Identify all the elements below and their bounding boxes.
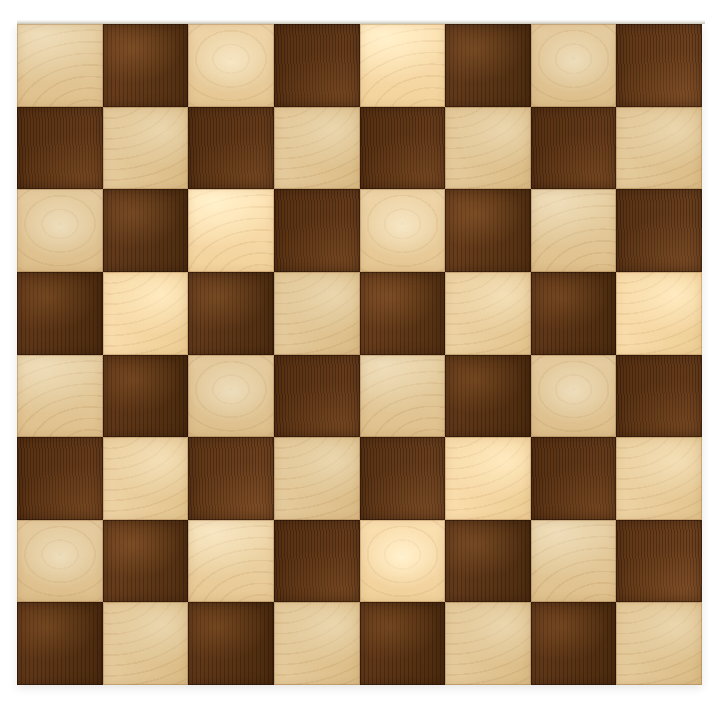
square-e7[interactable] bbox=[360, 107, 446, 190]
square-c2[interactable] bbox=[188, 520, 274, 603]
square-d3[interactable] bbox=[274, 437, 360, 520]
square-h5[interactable] bbox=[616, 272, 702, 355]
square-b4[interactable] bbox=[103, 355, 189, 438]
chessboard bbox=[17, 24, 702, 685]
square-e3[interactable] bbox=[360, 437, 446, 520]
square-f2[interactable] bbox=[445, 520, 531, 603]
square-g4[interactable] bbox=[531, 355, 617, 438]
square-c1[interactable] bbox=[188, 602, 274, 685]
square-f3[interactable] bbox=[445, 437, 531, 520]
square-c5[interactable] bbox=[188, 272, 274, 355]
square-e5[interactable] bbox=[360, 272, 446, 355]
square-h1[interactable] bbox=[616, 602, 702, 685]
square-a6[interactable] bbox=[17, 189, 103, 272]
square-c6[interactable] bbox=[188, 189, 274, 272]
square-e1[interactable] bbox=[360, 602, 446, 685]
square-h7[interactable] bbox=[616, 107, 702, 190]
square-e8[interactable] bbox=[360, 24, 446, 107]
square-a7[interactable] bbox=[17, 107, 103, 190]
square-d5[interactable] bbox=[274, 272, 360, 355]
square-f8[interactable] bbox=[445, 24, 531, 107]
square-h4[interactable] bbox=[616, 355, 702, 438]
square-h3[interactable] bbox=[616, 437, 702, 520]
square-e4[interactable] bbox=[360, 355, 446, 438]
square-f7[interactable] bbox=[445, 107, 531, 190]
square-f4[interactable] bbox=[445, 355, 531, 438]
square-g6[interactable] bbox=[531, 189, 617, 272]
square-d6[interactable] bbox=[274, 189, 360, 272]
square-h8[interactable] bbox=[616, 24, 702, 107]
square-g2[interactable] bbox=[531, 520, 617, 603]
square-e2[interactable] bbox=[360, 520, 446, 603]
square-g3[interactable] bbox=[531, 437, 617, 520]
square-d1[interactable] bbox=[274, 602, 360, 685]
square-h6[interactable] bbox=[616, 189, 702, 272]
square-f5[interactable] bbox=[445, 272, 531, 355]
square-a3[interactable] bbox=[17, 437, 103, 520]
square-g7[interactable] bbox=[531, 107, 617, 190]
square-e6[interactable] bbox=[360, 189, 446, 272]
square-b8[interactable] bbox=[103, 24, 189, 107]
square-c7[interactable] bbox=[188, 107, 274, 190]
square-d8[interactable] bbox=[274, 24, 360, 107]
square-a4[interactable] bbox=[17, 355, 103, 438]
square-d2[interactable] bbox=[274, 520, 360, 603]
page-background bbox=[0, 0, 720, 720]
square-g1[interactable] bbox=[531, 602, 617, 685]
square-a5[interactable] bbox=[17, 272, 103, 355]
square-a8[interactable] bbox=[17, 24, 103, 107]
square-f6[interactable] bbox=[445, 189, 531, 272]
square-d7[interactable] bbox=[274, 107, 360, 190]
square-c4[interactable] bbox=[188, 355, 274, 438]
square-d4[interactable] bbox=[274, 355, 360, 438]
square-g8[interactable] bbox=[531, 24, 617, 107]
square-c3[interactable] bbox=[188, 437, 274, 520]
square-c8[interactable] bbox=[188, 24, 274, 107]
square-f1[interactable] bbox=[445, 602, 531, 685]
square-b3[interactable] bbox=[103, 437, 189, 520]
square-a2[interactable] bbox=[17, 520, 103, 603]
square-b1[interactable] bbox=[103, 602, 189, 685]
square-h2[interactable] bbox=[616, 520, 702, 603]
square-a1[interactable] bbox=[17, 602, 103, 685]
square-b2[interactable] bbox=[103, 520, 189, 603]
square-b6[interactable] bbox=[103, 189, 189, 272]
square-b7[interactable] bbox=[103, 107, 189, 190]
square-g5[interactable] bbox=[531, 272, 617, 355]
square-b5[interactable] bbox=[103, 272, 189, 355]
